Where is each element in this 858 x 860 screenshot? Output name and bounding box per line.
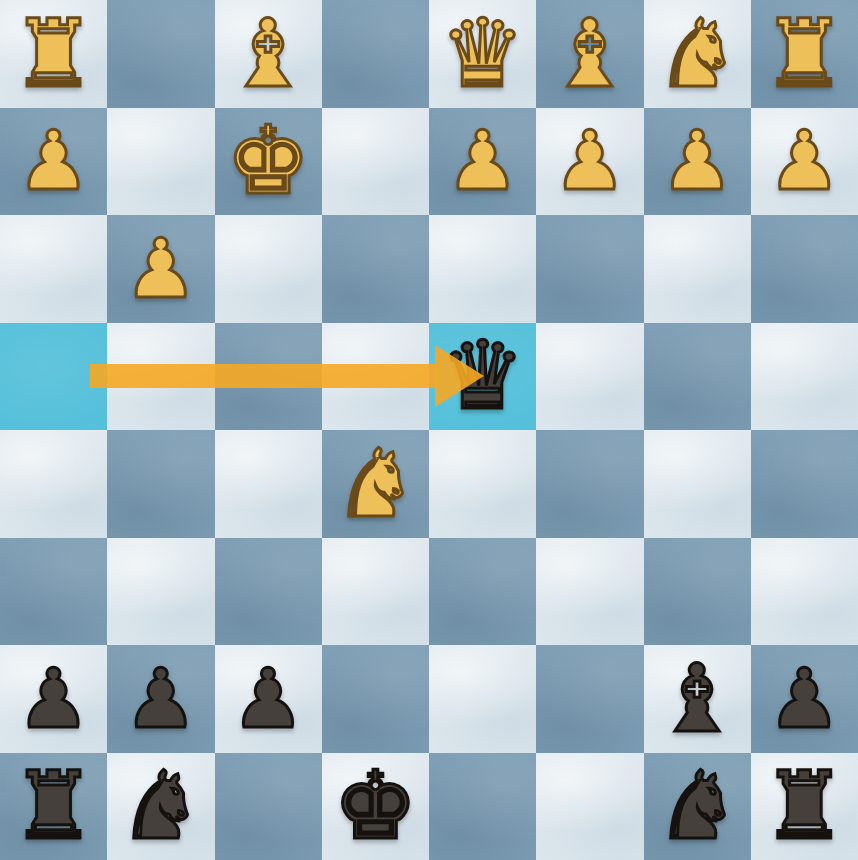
- white-king-f2[interactable]: ♚: [215, 108, 322, 216]
- square-d8[interactable]: [429, 753, 536, 860]
- square-d2[interactable]: ♟: [429, 108, 536, 216]
- white-rook-a1[interactable]: ♜: [751, 0, 858, 108]
- white-rook-h1[interactable]: ♜: [0, 0, 107, 108]
- black-pawn-a7[interactable]: ♟: [751, 645, 858, 753]
- square-d1[interactable]: ♛: [429, 0, 536, 108]
- black-rook-a8[interactable]: ♜: [751, 753, 858, 860]
- square-d4[interactable]: ♛: [429, 323, 536, 431]
- square-b5[interactable]: [644, 430, 751, 538]
- square-b3[interactable]: [644, 215, 751, 323]
- square-h4[interactable]: [0, 323, 107, 431]
- black-queen-d4[interactable]: ♛: [429, 323, 536, 431]
- square-b8[interactable]: ♞: [644, 753, 751, 860]
- square-e6[interactable]: [322, 538, 429, 646]
- square-b7[interactable]: ♝: [644, 645, 751, 753]
- square-a2[interactable]: ♟: [751, 108, 858, 216]
- square-f8[interactable]: [215, 753, 322, 860]
- white-pawn-b2[interactable]: ♟: [644, 108, 751, 216]
- square-c5[interactable]: [536, 430, 643, 538]
- square-a1[interactable]: ♜: [751, 0, 858, 108]
- square-h2[interactable]: ♟: [0, 108, 107, 216]
- square-g7[interactable]: ♟: [107, 645, 214, 753]
- square-a4[interactable]: [751, 323, 858, 431]
- square-h8[interactable]: ♜: [0, 753, 107, 860]
- square-c3[interactable]: [536, 215, 643, 323]
- square-f3[interactable]: [215, 215, 322, 323]
- square-e4[interactable]: [322, 323, 429, 431]
- black-pawn-f7[interactable]: ♟: [215, 645, 322, 753]
- square-c6[interactable]: [536, 538, 643, 646]
- square-f4[interactable]: [215, 323, 322, 431]
- square-f2[interactable]: ♚: [215, 108, 322, 216]
- square-g6[interactable]: [107, 538, 214, 646]
- square-f5[interactable]: [215, 430, 322, 538]
- square-c7[interactable]: [536, 645, 643, 753]
- square-e8[interactable]: ♚: [322, 753, 429, 860]
- square-b4[interactable]: [644, 323, 751, 431]
- square-d3[interactable]: [429, 215, 536, 323]
- white-pawn-c2[interactable]: ♟: [536, 108, 643, 216]
- square-a6[interactable]: [751, 538, 858, 646]
- square-d6[interactable]: [429, 538, 536, 646]
- square-g2[interactable]: [107, 108, 214, 216]
- square-e2[interactable]: [322, 108, 429, 216]
- square-f7[interactable]: ♟: [215, 645, 322, 753]
- square-g5[interactable]: [107, 430, 214, 538]
- square-g3[interactable]: ♟: [107, 215, 214, 323]
- white-bishop-f1[interactable]: ♝: [215, 0, 322, 108]
- square-h7[interactable]: ♟: [0, 645, 107, 753]
- square-g8[interactable]: ♞: [107, 753, 214, 860]
- square-c4[interactable]: [536, 323, 643, 431]
- white-bishop-c1[interactable]: ♝: [536, 0, 643, 108]
- square-b6[interactable]: [644, 538, 751, 646]
- square-h1[interactable]: ♜: [0, 0, 107, 108]
- square-d7[interactable]: [429, 645, 536, 753]
- square-h3[interactable]: [0, 215, 107, 323]
- chess-board: ♜♝♛♝♞♜♟♚♟♟♟♟♟♛♞♟♟♟♝♟♜♞♚♞♜: [0, 0, 858, 860]
- black-knight-g8[interactable]: ♞: [107, 753, 214, 860]
- square-d5[interactable]: [429, 430, 536, 538]
- square-a8[interactable]: ♜: [751, 753, 858, 860]
- black-pawn-g7[interactable]: ♟: [107, 645, 214, 753]
- white-queen-d1[interactable]: ♛: [429, 0, 536, 108]
- square-f6[interactable]: [215, 538, 322, 646]
- square-c1[interactable]: ♝: [536, 0, 643, 108]
- square-b1[interactable]: ♞: [644, 0, 751, 108]
- white-pawn-h2[interactable]: ♟: [0, 108, 107, 216]
- white-pawn-a2[interactable]: ♟: [751, 108, 858, 216]
- square-h6[interactable]: [0, 538, 107, 646]
- square-c8[interactable]: [536, 753, 643, 860]
- square-e3[interactable]: [322, 215, 429, 323]
- white-pawn-d2[interactable]: ♟: [429, 108, 536, 216]
- square-e1[interactable]: [322, 0, 429, 108]
- black-pawn-h7[interactable]: ♟: [0, 645, 107, 753]
- square-e7[interactable]: [322, 645, 429, 753]
- square-f1[interactable]: ♝: [215, 0, 322, 108]
- black-bishop-b7[interactable]: ♝: [644, 645, 751, 753]
- square-a7[interactable]: ♟: [751, 645, 858, 753]
- chess-board-area: ♜♝♛♝♞♜♟♚♟♟♟♟♟♛♞♟♟♟♝♟♜♞♚♞♜: [0, 0, 858, 860]
- square-c2[interactable]: ♟: [536, 108, 643, 216]
- square-a3[interactable]: [751, 215, 858, 323]
- square-b2[interactable]: ♟: [644, 108, 751, 216]
- black-king-e8[interactable]: ♚: [322, 753, 429, 860]
- white-knight-b1[interactable]: ♞: [644, 0, 751, 108]
- black-knight-b8[interactable]: ♞: [644, 753, 751, 860]
- square-g4[interactable]: [107, 323, 214, 431]
- white-pawn-g3[interactable]: ♟: [107, 215, 214, 323]
- square-a5[interactable]: [751, 430, 858, 538]
- square-e5[interactable]: ♞: [322, 430, 429, 538]
- black-rook-h8[interactable]: ♜: [0, 753, 107, 860]
- square-h5[interactable]: [0, 430, 107, 538]
- square-g1[interactable]: [107, 0, 214, 108]
- white-knight-e5[interactable]: ♞: [322, 430, 429, 538]
